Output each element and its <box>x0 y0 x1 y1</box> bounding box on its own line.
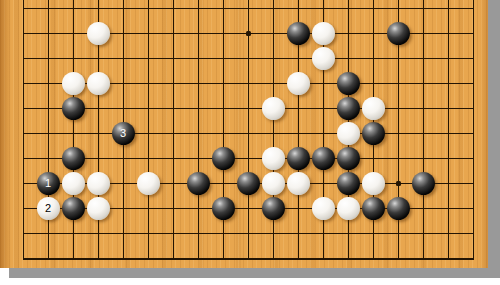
stone-black <box>412 172 435 195</box>
move-number-label: 3 <box>112 122 135 145</box>
stone-black <box>362 197 385 220</box>
stone-black <box>62 197 85 220</box>
stone-black <box>337 72 360 95</box>
stone-black <box>337 172 360 195</box>
stone-white <box>312 47 335 70</box>
stone-white-move-2: 2 <box>37 197 60 220</box>
stone-white <box>337 122 360 145</box>
stone-white <box>262 147 285 170</box>
stone-white <box>62 172 85 195</box>
stone-black <box>212 147 235 170</box>
stone-white <box>362 97 385 120</box>
stone-white <box>262 172 285 195</box>
stone-white <box>87 172 110 195</box>
stone-white <box>312 197 335 220</box>
stones-layer: 312 <box>0 0 500 285</box>
stone-black <box>312 147 335 170</box>
go-diagram: 312 <box>0 0 500 285</box>
stone-black <box>187 172 210 195</box>
stone-white <box>262 97 285 120</box>
stone-black <box>387 197 410 220</box>
stone-black <box>212 197 235 220</box>
stone-black <box>262 197 285 220</box>
stone-black <box>237 172 260 195</box>
stone-black <box>337 147 360 170</box>
stone-black <box>287 147 310 170</box>
stone-black <box>362 122 385 145</box>
stone-black <box>387 22 410 45</box>
stone-white <box>362 172 385 195</box>
stone-white <box>137 172 160 195</box>
stone-white <box>87 72 110 95</box>
stone-black-move-1: 1 <box>37 172 60 195</box>
stone-black-move-3: 3 <box>112 122 135 145</box>
stone-white <box>62 72 85 95</box>
stone-black <box>287 22 310 45</box>
stone-white <box>287 172 310 195</box>
stone-white <box>337 197 360 220</box>
stone-black <box>62 97 85 120</box>
stone-white <box>87 197 110 220</box>
move-number-label: 1 <box>37 172 60 195</box>
stone-white <box>312 22 335 45</box>
stone-white <box>287 72 310 95</box>
move-number-label: 2 <box>37 197 60 220</box>
stone-white <box>87 22 110 45</box>
stone-black <box>62 147 85 170</box>
stone-black <box>337 97 360 120</box>
